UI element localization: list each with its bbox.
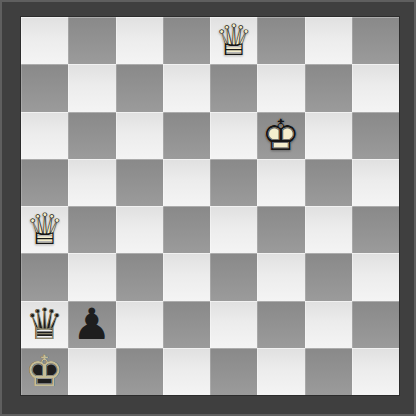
square-h2[interactable]: [352, 301, 399, 348]
white-queen-outline: ♕: [210, 17, 257, 64]
square-f3[interactable]: [257, 253, 304, 300]
square-b6[interactable]: [68, 112, 115, 159]
square-h8[interactable]: [352, 17, 399, 64]
square-d4[interactable]: [163, 206, 210, 253]
square-g3[interactable]: [305, 253, 352, 300]
square-c1[interactable]: [116, 348, 163, 395]
square-a8[interactable]: [21, 17, 68, 64]
black-king[interactable]: ♚♔: [21, 348, 68, 395]
square-a1[interactable]: ♚♔: [21, 348, 68, 395]
square-e5[interactable]: [210, 159, 257, 206]
square-a5[interactable]: [21, 159, 68, 206]
white-king-outline: ♔: [257, 112, 304, 159]
square-a3[interactable]: [21, 253, 68, 300]
square-b2[interactable]: ♟: [68, 301, 115, 348]
square-c2[interactable]: [116, 301, 163, 348]
square-a7[interactable]: [21, 64, 68, 111]
white-king[interactable]: ♚♔: [257, 112, 304, 159]
square-d8[interactable]: [163, 17, 210, 64]
square-b8[interactable]: [68, 17, 115, 64]
square-c6[interactable]: [116, 112, 163, 159]
square-a6[interactable]: [21, 112, 68, 159]
square-d7[interactable]: [163, 64, 210, 111]
square-a4[interactable]: ♛♕: [21, 206, 68, 253]
white-queen-outline: ♕: [21, 206, 68, 253]
square-d1[interactable]: [163, 348, 210, 395]
square-f5[interactable]: [257, 159, 304, 206]
square-b7[interactable]: [68, 64, 115, 111]
square-c5[interactable]: [116, 159, 163, 206]
square-e8[interactable]: ♛♕: [210, 17, 257, 64]
black-queen-outline: ♕: [21, 301, 68, 348]
square-e3[interactable]: [210, 253, 257, 300]
square-b5[interactable]: [68, 159, 115, 206]
black-queen[interactable]: ♛♕: [21, 301, 68, 348]
square-a2[interactable]: ♛♕: [21, 301, 68, 348]
square-h1[interactable]: [352, 348, 399, 395]
black-pawn-glyph: ♟: [68, 301, 115, 348]
black-king-outline: ♔: [21, 348, 68, 395]
square-g6[interactable]: [305, 112, 352, 159]
square-d5[interactable]: [163, 159, 210, 206]
square-f1[interactable]: [257, 348, 304, 395]
square-f6[interactable]: ♚♔: [257, 112, 304, 159]
square-g5[interactable]: [305, 159, 352, 206]
black-pawn[interactable]: ♟: [68, 301, 115, 348]
square-g8[interactable]: [305, 17, 352, 64]
white-queen[interactable]: ♛♕: [21, 206, 68, 253]
chess-board: ♛♕♚♔♛♕♛♕♟♚♔: [20, 16, 400, 396]
square-e1[interactable]: [210, 348, 257, 395]
square-b1[interactable]: [68, 348, 115, 395]
square-g7[interactable]: [305, 64, 352, 111]
square-d3[interactable]: [163, 253, 210, 300]
square-h6[interactable]: [352, 112, 399, 159]
square-f4[interactable]: [257, 206, 304, 253]
square-c4[interactable]: [116, 206, 163, 253]
white-queen[interactable]: ♛♕: [210, 17, 257, 64]
square-e2[interactable]: [210, 301, 257, 348]
square-h4[interactable]: [352, 206, 399, 253]
square-c8[interactable]: [116, 17, 163, 64]
square-f8[interactable]: [257, 17, 304, 64]
square-g4[interactable]: [305, 206, 352, 253]
square-h5[interactable]: [352, 159, 399, 206]
square-h7[interactable]: [352, 64, 399, 111]
square-d6[interactable]: [163, 112, 210, 159]
square-b4[interactable]: [68, 206, 115, 253]
board-frame: ♛♕♚♔♛♕♛♕♟♚♔: [0, 0, 416, 416]
square-e7[interactable]: [210, 64, 257, 111]
square-d2[interactable]: [163, 301, 210, 348]
square-f2[interactable]: [257, 301, 304, 348]
square-f7[interactable]: [257, 64, 304, 111]
square-e4[interactable]: [210, 206, 257, 253]
square-h3[interactable]: [352, 253, 399, 300]
square-g2[interactable]: [305, 301, 352, 348]
square-c3[interactable]: [116, 253, 163, 300]
square-g1[interactable]: [305, 348, 352, 395]
square-e6[interactable]: [210, 112, 257, 159]
square-b3[interactable]: [68, 253, 115, 300]
square-c7[interactable]: [116, 64, 163, 111]
